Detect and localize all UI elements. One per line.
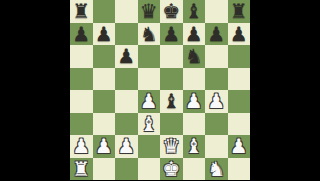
square-f3[interactable] [183, 113, 206, 136]
square-b5[interactable] [93, 68, 116, 91]
white-pawn[interactable]: ♟ [207, 90, 225, 112]
white-pawn[interactable]: ♟ [72, 135, 90, 157]
square-c4[interactable] [115, 90, 138, 113]
black-pawn[interactable]: ♟ [117, 45, 135, 67]
white-knight[interactable]: ♞ [207, 158, 225, 180]
black-pawn[interactable]: ♟ [72, 23, 90, 45]
black-bishop[interactable]: ♝ [185, 0, 203, 22]
white-pawn[interactable]: ♟ [140, 90, 158, 112]
square-b6[interactable] [93, 45, 116, 68]
square-f8[interactable]: ♝ [183, 0, 206, 23]
square-a5[interactable] [70, 68, 93, 91]
letterbox-right [250, 0, 320, 180]
square-e4[interactable]: ♝ [160, 90, 183, 113]
square-e3[interactable] [160, 113, 183, 136]
square-f2[interactable]: ♝ [183, 135, 206, 158]
square-c5[interactable] [115, 68, 138, 91]
square-h1[interactable] [228, 158, 251, 181]
square-d8[interactable]: ♛ [138, 0, 161, 23]
square-h5[interactable] [228, 68, 251, 91]
square-h4[interactable] [228, 90, 251, 113]
square-a6[interactable] [70, 45, 93, 68]
square-b3[interactable] [93, 113, 116, 136]
black-pawn[interactable]: ♟ [207, 23, 225, 45]
black-pawn[interactable]: ♟ [95, 23, 113, 45]
square-b7[interactable]: ♟ [93, 23, 116, 46]
square-g6[interactable] [205, 45, 228, 68]
square-g3[interactable] [205, 113, 228, 136]
square-d7[interactable]: ♞ [138, 23, 161, 46]
square-g7[interactable]: ♟ [205, 23, 228, 46]
square-d1[interactable] [138, 158, 161, 181]
square-e2[interactable]: ♛ [160, 135, 183, 158]
square-g1[interactable]: ♞ [205, 158, 228, 181]
square-a3[interactable] [70, 113, 93, 136]
square-f7[interactable]: ♟ [183, 23, 206, 46]
square-d4[interactable]: ♟ [138, 90, 161, 113]
square-a7[interactable]: ♟ [70, 23, 93, 46]
white-pawn[interactable]: ♟ [185, 90, 203, 112]
square-b4[interactable] [93, 90, 116, 113]
black-pawn[interactable]: ♟ [185, 23, 203, 45]
square-f1[interactable] [183, 158, 206, 181]
square-g5[interactable] [205, 68, 228, 91]
square-c3[interactable] [115, 113, 138, 136]
square-a2[interactable]: ♟ [70, 135, 93, 158]
square-c1[interactable] [115, 158, 138, 181]
square-a4[interactable] [70, 90, 93, 113]
square-h2[interactable]: ♟ [228, 135, 251, 158]
square-f6[interactable]: ♞ [183, 45, 206, 68]
app-window: ♜♛♚♝♜♟♟♞♟♟♟♟♟♞♟♝♟♟♝♟♟♟♛♝♟♜♚♞ [0, 0, 320, 180]
square-h3[interactable] [228, 113, 251, 136]
square-g4[interactable]: ♟ [205, 90, 228, 113]
square-e6[interactable] [160, 45, 183, 68]
chess-board: ♜♛♚♝♜♟♟♞♟♟♟♟♟♞♟♝♟♟♝♟♟♟♛♝♟♜♚♞ [70, 0, 250, 180]
square-d6[interactable] [138, 45, 161, 68]
black-pawn[interactable]: ♟ [162, 23, 180, 45]
square-g8[interactable] [205, 0, 228, 23]
black-rook[interactable]: ♜ [72, 0, 90, 22]
black-queen[interactable]: ♛ [140, 0, 158, 22]
square-e1[interactable]: ♚ [160, 158, 183, 181]
black-pawn[interactable]: ♟ [230, 23, 248, 45]
square-f4[interactable]: ♟ [183, 90, 206, 113]
square-c8[interactable] [115, 0, 138, 23]
black-bishop[interactable]: ♝ [162, 90, 180, 112]
square-e8[interactable]: ♚ [160, 0, 183, 23]
square-e7[interactable]: ♟ [160, 23, 183, 46]
white-bishop[interactable]: ♝ [140, 113, 158, 135]
letterbox-left [0, 0, 70, 180]
square-a8[interactable]: ♜ [70, 0, 93, 23]
white-pawn[interactable]: ♟ [230, 135, 248, 157]
square-h6[interactable] [228, 45, 251, 68]
white-bishop[interactable]: ♝ [185, 135, 203, 157]
white-pawn[interactable]: ♟ [95, 135, 113, 157]
black-king[interactable]: ♚ [162, 0, 180, 22]
square-f5[interactable] [183, 68, 206, 91]
square-a1[interactable]: ♜ [70, 158, 93, 181]
square-c7[interactable] [115, 23, 138, 46]
square-c2[interactable]: ♟ [115, 135, 138, 158]
square-b2[interactable]: ♟ [93, 135, 116, 158]
square-g2[interactable] [205, 135, 228, 158]
square-h8[interactable]: ♜ [228, 0, 251, 23]
square-e5[interactable] [160, 68, 183, 91]
square-d2[interactable] [138, 135, 161, 158]
black-knight[interactable]: ♞ [185, 45, 203, 67]
square-b1[interactable] [93, 158, 116, 181]
square-d5[interactable] [138, 68, 161, 91]
square-b8[interactable] [93, 0, 116, 23]
black-knight[interactable]: ♞ [140, 23, 158, 45]
white-king[interactable]: ♚ [162, 158, 180, 180]
square-d3[interactable]: ♝ [138, 113, 161, 136]
square-h7[interactable]: ♟ [228, 23, 251, 46]
white-rook[interactable]: ♜ [72, 158, 90, 180]
square-c6[interactable]: ♟ [115, 45, 138, 68]
white-pawn[interactable]: ♟ [117, 135, 135, 157]
black-rook[interactable]: ♜ [230, 0, 248, 22]
white-queen[interactable]: ♛ [162, 135, 180, 157]
